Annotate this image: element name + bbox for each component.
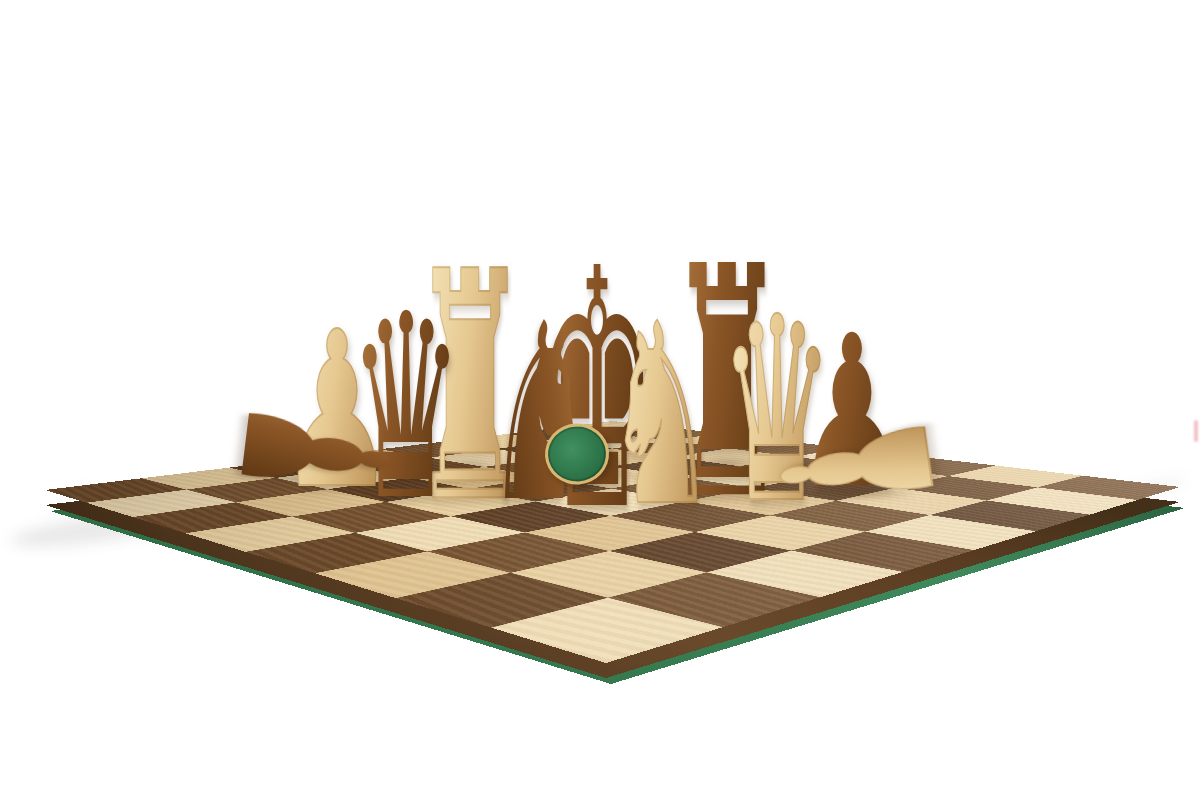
piece-black-knight[interactable]: ♞ xyxy=(485,291,595,536)
product-photo-stage: ♟♟♛♜♞♚♞♜♛♟♟ xyxy=(0,0,1200,798)
edge-artifact xyxy=(1194,420,1198,442)
piece-white-knight[interactable]: ♞ xyxy=(605,291,717,541)
pieces-layer: ♟♟♛♜♞♚♞♜♛♟♟ xyxy=(0,0,1200,798)
